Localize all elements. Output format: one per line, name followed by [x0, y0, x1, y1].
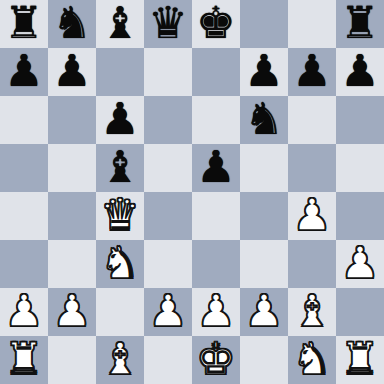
piece-white-bishop[interactable]: ♝ — [100, 336, 139, 383]
square-d4[interactable] — [144, 192, 192, 240]
square-g1[interactable]: ♞ — [288, 336, 336, 384]
square-h2[interactable] — [336, 288, 384, 336]
square-d1[interactable] — [144, 336, 192, 384]
square-c5[interactable]: ♝ — [96, 144, 144, 192]
piece-black-pawn[interactable]: ♟ — [196, 144, 235, 191]
square-g4[interactable]: ♟ — [288, 192, 336, 240]
square-e7[interactable] — [192, 48, 240, 96]
square-b3[interactable] — [48, 240, 96, 288]
piece-white-pawn[interactable]: ♟ — [148, 288, 187, 335]
piece-white-pawn[interactable]: ♟ — [196, 288, 235, 335]
square-e1[interactable]: ♚ — [192, 336, 240, 384]
square-a1[interactable]: ♜ — [0, 336, 48, 384]
square-c2[interactable] — [96, 288, 144, 336]
piece-white-pawn[interactable]: ♟ — [340, 240, 379, 287]
piece-black-pawn[interactable]: ♟ — [244, 48, 283, 95]
square-g2[interactable]: ♝ — [288, 288, 336, 336]
square-a4[interactable] — [0, 192, 48, 240]
square-g7[interactable]: ♟ — [288, 48, 336, 96]
square-a3[interactable] — [0, 240, 48, 288]
square-g8[interactable] — [288, 0, 336, 48]
piece-black-bishop[interactable]: ♝ — [100, 144, 139, 191]
piece-black-pawn[interactable]: ♟ — [52, 48, 91, 95]
piece-black-king[interactable]: ♚ — [196, 0, 235, 47]
piece-black-knight[interactable]: ♞ — [244, 96, 283, 143]
square-h7[interactable]: ♟ — [336, 48, 384, 96]
square-g3[interactable] — [288, 240, 336, 288]
square-g5[interactable] — [288, 144, 336, 192]
square-d6[interactable] — [144, 96, 192, 144]
square-c1[interactable]: ♝ — [96, 336, 144, 384]
square-f3[interactable] — [240, 240, 288, 288]
square-h1[interactable]: ♜ — [336, 336, 384, 384]
piece-white-rook[interactable]: ♜ — [4, 336, 43, 383]
piece-white-pawn[interactable]: ♟ — [4, 288, 43, 335]
square-c4[interactable]: ♛ — [96, 192, 144, 240]
square-h3[interactable]: ♟ — [336, 240, 384, 288]
square-h6[interactable] — [336, 96, 384, 144]
square-c8[interactable]: ♝ — [96, 0, 144, 48]
square-e8[interactable]: ♚ — [192, 0, 240, 48]
piece-black-pawn[interactable]: ♟ — [100, 96, 139, 143]
square-e5[interactable]: ♟ — [192, 144, 240, 192]
square-e2[interactable]: ♟ — [192, 288, 240, 336]
square-c7[interactable] — [96, 48, 144, 96]
square-h8[interactable]: ♜ — [336, 0, 384, 48]
square-d5[interactable] — [144, 144, 192, 192]
square-a2[interactable]: ♟ — [0, 288, 48, 336]
square-h4[interactable] — [336, 192, 384, 240]
square-a6[interactable] — [0, 96, 48, 144]
piece-white-knight[interactable]: ♞ — [292, 336, 331, 383]
square-g6[interactable] — [288, 96, 336, 144]
piece-black-knight[interactable]: ♞ — [52, 0, 91, 47]
square-d3[interactable] — [144, 240, 192, 288]
piece-black-bishop[interactable]: ♝ — [100, 0, 139, 47]
square-f7[interactable]: ♟ — [240, 48, 288, 96]
piece-black-pawn[interactable]: ♟ — [4, 48, 43, 95]
square-c6[interactable]: ♟ — [96, 96, 144, 144]
piece-white-king[interactable]: ♚ — [196, 336, 235, 383]
square-e4[interactable] — [192, 192, 240, 240]
square-f8[interactable] — [240, 0, 288, 48]
square-a8[interactable]: ♜ — [0, 0, 48, 48]
square-e3[interactable] — [192, 240, 240, 288]
piece-white-pawn[interactable]: ♟ — [292, 192, 331, 239]
square-f5[interactable] — [240, 144, 288, 192]
piece-white-pawn[interactable]: ♟ — [52, 288, 91, 335]
square-f2[interactable]: ♟ — [240, 288, 288, 336]
square-b5[interactable] — [48, 144, 96, 192]
piece-white-queen[interactable]: ♛ — [100, 192, 139, 239]
square-h5[interactable] — [336, 144, 384, 192]
square-d8[interactable]: ♛ — [144, 0, 192, 48]
square-d7[interactable] — [144, 48, 192, 96]
square-e6[interactable] — [192, 96, 240, 144]
square-a5[interactable] — [0, 144, 48, 192]
square-b7[interactable]: ♟ — [48, 48, 96, 96]
square-b1[interactable] — [48, 336, 96, 384]
square-a7[interactable]: ♟ — [0, 48, 48, 96]
piece-black-pawn[interactable]: ♟ — [292, 48, 331, 95]
square-f6[interactable]: ♞ — [240, 96, 288, 144]
square-f4[interactable] — [240, 192, 288, 240]
piece-white-knight[interactable]: ♞ — [100, 240, 139, 287]
square-b6[interactable] — [48, 96, 96, 144]
piece-white-rook[interactable]: ♜ — [340, 336, 379, 383]
square-b4[interactable] — [48, 192, 96, 240]
piece-black-rook[interactable]: ♜ — [340, 0, 379, 47]
piece-black-queen[interactable]: ♛ — [148, 0, 187, 47]
chess-board: ♜♞♝♛♚♜♟♟♟♟♟♟♞♝♟♛♟♞♟♟♟♟♟♟♝♜♝♚♞♜ — [0, 0, 384, 384]
square-b2[interactable]: ♟ — [48, 288, 96, 336]
square-f1[interactable] — [240, 336, 288, 384]
square-d2[interactable]: ♟ — [144, 288, 192, 336]
piece-white-pawn[interactable]: ♟ — [244, 288, 283, 335]
piece-black-rook[interactable]: ♜ — [4, 0, 43, 47]
piece-black-pawn[interactable]: ♟ — [340, 48, 379, 95]
square-c3[interactable]: ♞ — [96, 240, 144, 288]
square-b8[interactable]: ♞ — [48, 0, 96, 48]
piece-white-bishop[interactable]: ♝ — [292, 288, 331, 335]
